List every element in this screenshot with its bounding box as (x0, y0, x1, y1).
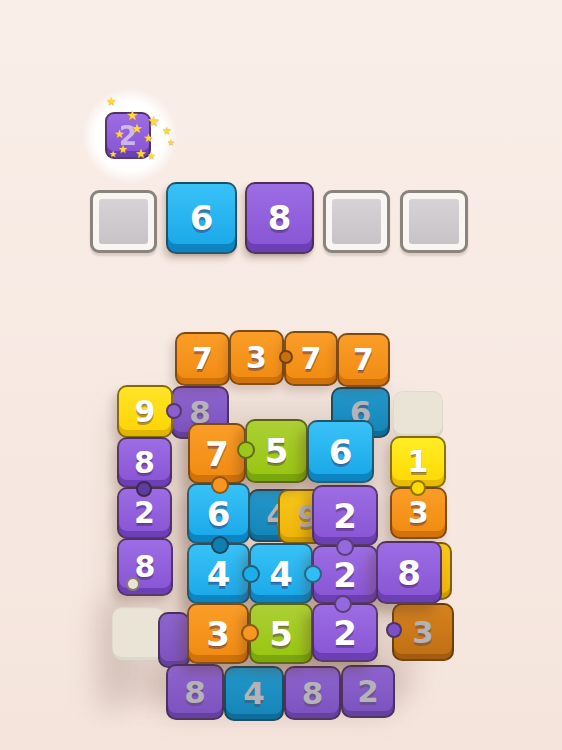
tile-number: 7 (205, 437, 229, 471)
jigsaw-peg (136, 481, 152, 497)
board-tile-left-8b[interactable]: 8 (117, 538, 173, 596)
tile-number: 4 (243, 678, 265, 709)
tile-number: 3 (412, 617, 434, 648)
sparkle-star-icon: ★ (167, 138, 175, 147)
jigsaw-peg (211, 476, 229, 494)
tile-number: 3 (206, 617, 230, 651)
jigsaw-peg (279, 350, 293, 364)
tile-number: 8 (135, 552, 156, 582)
tile-number: 2 (333, 616, 357, 650)
jigsaw-peg (304, 565, 322, 583)
tile-number: 1 (408, 447, 429, 477)
board-tile-under-frag (158, 612, 190, 668)
tile-number: 8 (134, 448, 155, 478)
board-tile-r-8[interactable]: 8 (376, 541, 442, 604)
jigsaw-peg (126, 577, 140, 591)
tray-slot-4[interactable] (323, 190, 390, 253)
jigsaw-peg (386, 622, 402, 638)
sparkle-star-icon: ★ (143, 132, 154, 144)
tray-slot-well (409, 199, 459, 244)
tile-number: 8 (268, 201, 292, 235)
tile-number: 6 (207, 497, 231, 531)
tile-number: 7 (353, 345, 374, 375)
tile-number: 5 (269, 617, 293, 651)
tile-number: 6 (190, 201, 214, 235)
tile-number: 4 (207, 557, 231, 591)
tray-tile-6[interactable]: 6 (166, 182, 237, 254)
tile-number: 3 (246, 343, 267, 373)
jigsaw-peg (237, 441, 255, 459)
jigsaw-peg (242, 565, 260, 583)
board-tile-left-9[interactable]: 9 (117, 385, 173, 438)
tile-number: 7 (192, 344, 213, 374)
board-tile-r-3[interactable]: 3 (187, 603, 249, 664)
tile-number: 2 (333, 558, 357, 592)
tile-number: 2 (333, 499, 357, 533)
jigsaw-peg (211, 536, 229, 554)
sparkle-star-icon: ★ (109, 150, 117, 159)
board-tile-bottom-8b: 8 (284, 666, 341, 720)
sparkle-star-icon: ★ (162, 125, 172, 136)
sparkle-star-icon: ★ (147, 114, 160, 129)
tile-number: 6 (329, 435, 353, 469)
tray-slot-well (99, 199, 148, 244)
tile-number: 8 (302, 678, 324, 709)
board-tile-bottom-8a: 8 (166, 664, 224, 720)
tile-number: 2 (357, 676, 379, 707)
sparkle-star-icon: ★ (126, 108, 139, 122)
board-tile-top-7a[interactable]: 7 (175, 332, 230, 386)
sparkle-star-icon: ★ (135, 147, 147, 160)
tray-slot-1[interactable] (90, 190, 157, 253)
board-tile-top-7c[interactable]: 7 (337, 333, 390, 387)
tile-number: 9 (135, 397, 156, 427)
tile-number: 8 (397, 556, 421, 590)
tray-tile-8[interactable]: 8 (245, 182, 314, 254)
jigsaw-peg (241, 624, 259, 642)
board-tile-bottom-2: 2 (341, 665, 395, 718)
tray-slot-well (332, 199, 381, 244)
tile-number: 7 (301, 344, 322, 374)
game-screen: 2★★★★★★★★★★★★ 68 73779868123849384827566… (0, 0, 562, 750)
sparkle-star-icon: ★ (118, 144, 128, 155)
sparkle-star-icon: ★ (114, 128, 125, 140)
sparkle-star-icon: ★ (131, 122, 143, 135)
tray-slot-5[interactable] (400, 190, 468, 253)
board-tile-r-2a[interactable]: 2 (312, 485, 378, 546)
jigsaw-peg (410, 480, 426, 496)
jigsaw-peg (334, 595, 352, 613)
tile-number: 3 (408, 498, 429, 528)
board-tile-r-6a[interactable]: 6 (307, 420, 374, 483)
sparkle-star-icon: ★ (106, 95, 117, 107)
jigsaw-peg (166, 403, 182, 419)
sparkle-star-icon: ★ (147, 151, 156, 161)
tile-number: 5 (265, 434, 289, 468)
jigsaw-peg (336, 538, 354, 556)
empty-board-cell (393, 391, 443, 438)
board-tile-bottom-4: 4 (224, 666, 284, 721)
board-tile-top-3[interactable]: 3 (229, 330, 284, 385)
tile-number: 4 (269, 557, 293, 591)
tile-number: 8 (184, 677, 206, 708)
tile-number: 2 (134, 498, 155, 528)
